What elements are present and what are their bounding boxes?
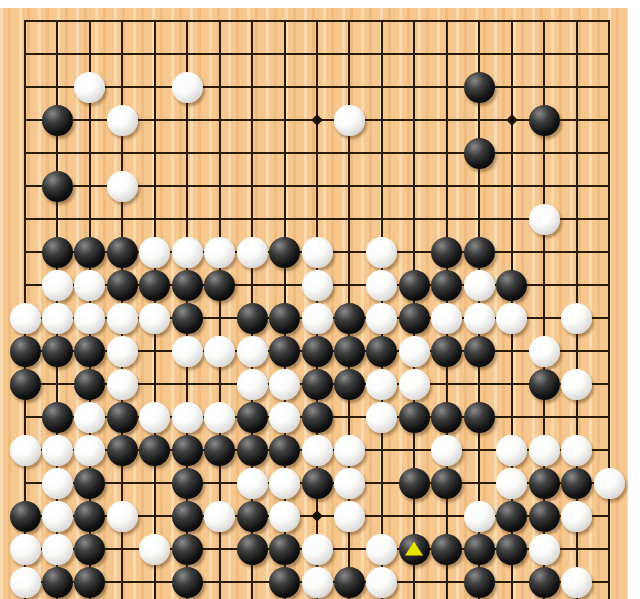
black-stone bbox=[74, 567, 105, 598]
white-stone bbox=[237, 468, 268, 499]
white-stone bbox=[496, 435, 527, 466]
black-stone bbox=[464, 567, 495, 598]
white-stone bbox=[172, 336, 203, 367]
white-stone bbox=[42, 501, 73, 532]
white-stone bbox=[431, 435, 462, 466]
white-stone bbox=[237, 237, 268, 268]
white-stone bbox=[529, 204, 560, 235]
white-stone bbox=[561, 435, 592, 466]
black-stone bbox=[269, 237, 300, 268]
white-stone bbox=[561, 567, 592, 598]
black-stone bbox=[107, 435, 138, 466]
black-stone bbox=[74, 237, 105, 268]
white-stone bbox=[561, 501, 592, 532]
black-stone bbox=[74, 501, 105, 532]
white-stone bbox=[204, 402, 235, 433]
star-point bbox=[506, 114, 517, 125]
white-stone bbox=[42, 534, 73, 565]
white-stone bbox=[529, 534, 560, 565]
white-stone bbox=[334, 105, 365, 136]
white-stone bbox=[464, 303, 495, 334]
black-stone bbox=[237, 501, 268, 532]
white-stone bbox=[10, 567, 41, 598]
black-stone bbox=[529, 468, 560, 499]
black-stone bbox=[42, 567, 73, 598]
black-stone bbox=[399, 303, 430, 334]
black-stone bbox=[464, 402, 495, 433]
black-stone bbox=[334, 336, 365, 367]
black-stone bbox=[74, 336, 105, 367]
black-stone bbox=[496, 534, 527, 565]
white-stone bbox=[204, 501, 235, 532]
white-stone bbox=[107, 501, 138, 532]
grid-line-horizontal bbox=[24, 86, 610, 88]
black-stone bbox=[269, 534, 300, 565]
white-stone bbox=[366, 270, 397, 301]
white-stone bbox=[302, 435, 333, 466]
white-stone bbox=[334, 468, 365, 499]
black-stone bbox=[74, 369, 105, 400]
white-stone bbox=[594, 468, 625, 499]
black-stone bbox=[269, 303, 300, 334]
white-stone bbox=[366, 369, 397, 400]
white-stone bbox=[42, 435, 73, 466]
black-stone bbox=[172, 501, 203, 532]
black-stone bbox=[399, 402, 430, 433]
white-stone bbox=[302, 237, 333, 268]
black-stone bbox=[366, 336, 397, 367]
white-stone bbox=[366, 303, 397, 334]
grid-line-horizontal bbox=[24, 152, 610, 154]
black-stone bbox=[496, 501, 527, 532]
black-stone bbox=[42, 171, 73, 202]
black-stone bbox=[107, 237, 138, 268]
white-stone bbox=[10, 435, 41, 466]
white-stone bbox=[139, 237, 170, 268]
black-stone bbox=[10, 369, 41, 400]
white-stone bbox=[107, 369, 138, 400]
black-stone bbox=[172, 468, 203, 499]
white-stone bbox=[302, 567, 333, 598]
black-stone bbox=[42, 336, 73, 367]
white-stone bbox=[172, 237, 203, 268]
white-stone bbox=[334, 435, 365, 466]
white-stone bbox=[561, 369, 592, 400]
white-stone bbox=[10, 303, 41, 334]
black-stone bbox=[561, 468, 592, 499]
white-stone bbox=[334, 501, 365, 532]
white-stone bbox=[172, 402, 203, 433]
black-stone bbox=[172, 567, 203, 598]
white-stone bbox=[561, 303, 592, 334]
black-stone bbox=[334, 303, 365, 334]
black-stone bbox=[302, 468, 333, 499]
black-stone bbox=[334, 567, 365, 598]
white-stone bbox=[529, 336, 560, 367]
white-stone bbox=[464, 270, 495, 301]
white-stone bbox=[269, 402, 300, 433]
black-stone bbox=[302, 369, 333, 400]
black-stone bbox=[204, 270, 235, 301]
white-stone bbox=[10, 534, 41, 565]
white-stone bbox=[42, 303, 73, 334]
white-stone bbox=[399, 369, 430, 400]
white-stone bbox=[74, 435, 105, 466]
white-stone bbox=[42, 270, 73, 301]
black-stone bbox=[237, 435, 268, 466]
black-stone bbox=[10, 501, 41, 532]
star-point bbox=[311, 114, 322, 125]
white-stone bbox=[529, 435, 560, 466]
white-stone bbox=[107, 105, 138, 136]
black-stone bbox=[464, 138, 495, 169]
black-stone bbox=[431, 270, 462, 301]
white-stone bbox=[464, 501, 495, 532]
black-stone bbox=[496, 270, 527, 301]
star-point bbox=[311, 510, 322, 521]
black-stone bbox=[431, 336, 462, 367]
grid-line-vertical bbox=[608, 20, 610, 599]
black-stone bbox=[529, 567, 560, 598]
white-stone bbox=[431, 303, 462, 334]
white-stone bbox=[139, 303, 170, 334]
white-stone bbox=[366, 567, 397, 598]
black-stone bbox=[529, 501, 560, 532]
white-stone bbox=[107, 336, 138, 367]
black-stone bbox=[529, 369, 560, 400]
black-stone bbox=[172, 303, 203, 334]
black-stone bbox=[42, 105, 73, 136]
black-stone bbox=[269, 336, 300, 367]
white-stone bbox=[496, 468, 527, 499]
white-stone bbox=[139, 402, 170, 433]
white-stone bbox=[302, 303, 333, 334]
black-stone bbox=[302, 402, 333, 433]
black-stone bbox=[529, 105, 560, 136]
black-stone bbox=[42, 237, 73, 268]
black-stone bbox=[107, 270, 138, 301]
black-stone bbox=[107, 402, 138, 433]
black-stone bbox=[464, 237, 495, 268]
black-stone bbox=[139, 270, 170, 301]
white-stone bbox=[366, 402, 397, 433]
go-board[interactable] bbox=[0, 8, 628, 599]
black-stone bbox=[172, 270, 203, 301]
triangle-marker bbox=[405, 541, 423, 555]
black-stone bbox=[334, 369, 365, 400]
white-stone bbox=[74, 72, 105, 103]
white-stone bbox=[366, 534, 397, 565]
black-stone bbox=[269, 435, 300, 466]
black-stone bbox=[464, 534, 495, 565]
white-stone bbox=[107, 303, 138, 334]
white-stone bbox=[74, 270, 105, 301]
white-stone bbox=[74, 402, 105, 433]
black-stone bbox=[204, 435, 235, 466]
black-stone bbox=[431, 237, 462, 268]
white-stone bbox=[42, 468, 73, 499]
white-stone bbox=[204, 237, 235, 268]
white-stone bbox=[399, 336, 430, 367]
grid-line-horizontal bbox=[24, 218, 610, 220]
white-stone bbox=[269, 501, 300, 532]
grid-line-horizontal bbox=[24, 20, 610, 22]
black-stone bbox=[431, 534, 462, 565]
white-stone bbox=[269, 369, 300, 400]
white-stone bbox=[139, 534, 170, 565]
white-stone bbox=[172, 72, 203, 103]
white-stone bbox=[74, 303, 105, 334]
black-stone bbox=[464, 72, 495, 103]
black-stone bbox=[399, 534, 430, 565]
black-stone bbox=[10, 336, 41, 367]
black-stone bbox=[139, 435, 170, 466]
page: { "game": "go", "board": { "size": 19, "… bbox=[0, 0, 640, 599]
black-stone bbox=[269, 567, 300, 598]
grid-line-horizontal bbox=[24, 53, 610, 55]
black-stone bbox=[237, 402, 268, 433]
black-stone bbox=[172, 534, 203, 565]
black-stone bbox=[172, 435, 203, 466]
black-stone bbox=[431, 468, 462, 499]
black-stone bbox=[399, 468, 430, 499]
white-stone bbox=[302, 534, 333, 565]
white-stone bbox=[237, 336, 268, 367]
white-stone bbox=[302, 270, 333, 301]
white-stone bbox=[107, 171, 138, 202]
white-stone bbox=[269, 468, 300, 499]
black-stone bbox=[74, 534, 105, 565]
black-stone bbox=[42, 402, 73, 433]
white-stone bbox=[204, 336, 235, 367]
black-stone bbox=[237, 303, 268, 334]
black-stone bbox=[302, 336, 333, 367]
black-stone bbox=[237, 534, 268, 565]
white-stone bbox=[366, 237, 397, 268]
white-stone bbox=[237, 369, 268, 400]
black-stone bbox=[74, 468, 105, 499]
white-stone bbox=[496, 303, 527, 334]
black-stone bbox=[464, 336, 495, 367]
black-stone bbox=[399, 270, 430, 301]
black-stone bbox=[431, 402, 462, 433]
